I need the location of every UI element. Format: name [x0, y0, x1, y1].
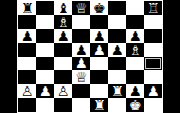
- white-pawn-icon: ♙: [56, 84, 69, 98]
- black-queen-icon: ♕: [74, 1, 87, 15]
- square-f4[interactable]: [108, 57, 126, 71]
- square-h2[interactable]: ♟: [144, 84, 162, 98]
- square-b8[interactable]: [36, 1, 54, 15]
- black-pawn-icon: ♟: [110, 43, 123, 57]
- square-d4[interactable]: ♟: [72, 57, 90, 71]
- white-pawn-icon: ♟: [92, 43, 105, 57]
- square-h4-cursor-highlight[interactable]: [144, 57, 162, 71]
- square-a2[interactable]: ♙: [18, 84, 36, 98]
- black-pawn-icon: ♟: [128, 84, 141, 98]
- square-g2[interactable]: ♟: [126, 84, 144, 98]
- black-bishop-icon: ♝: [56, 1, 69, 15]
- square-d7[interactable]: [72, 15, 90, 29]
- square-d8[interactable]: ♕: [72, 1, 90, 15]
- square-d3[interactable]: ♕: [72, 70, 90, 84]
- square-c6[interactable]: ♟: [54, 29, 72, 43]
- square-h6[interactable]: [144, 29, 162, 43]
- white-pawn-icon: ♙: [20, 84, 33, 98]
- square-h8[interactable]: ♖: [144, 1, 162, 15]
- square-e7[interactable]: [90, 15, 108, 29]
- square-h5[interactable]: [144, 43, 162, 57]
- square-a6[interactable]: ♟: [18, 29, 36, 43]
- square-f5[interactable]: ♟: [108, 43, 126, 57]
- square-g5[interactable]: ♗: [126, 43, 144, 57]
- square-g8[interactable]: [126, 1, 144, 15]
- white-pawn-icon: ♟: [146, 84, 159, 98]
- black-king-icon: ♚: [92, 1, 105, 15]
- chess-board: ♜♝♕♚♖♗♟♟♟♟♟♟♟♗♟♕♙♟♙♜♟♟♜♚: [17, 0, 163, 113]
- white-pawn-icon: ♟: [74, 57, 87, 71]
- square-b3[interactable]: [36, 70, 54, 84]
- square-c4[interactable]: [54, 57, 72, 71]
- square-a3[interactable]: [18, 70, 36, 84]
- square-d5[interactable]: ♟: [72, 43, 90, 57]
- white-rook-icon: ♜: [92, 98, 105, 112]
- white-queen-icon: ♕: [74, 70, 87, 84]
- square-e3[interactable]: [90, 70, 108, 84]
- square-c5[interactable]: [54, 43, 72, 57]
- square-h3[interactable]: [144, 70, 162, 84]
- square-b6[interactable]: [36, 29, 54, 43]
- square-e1[interactable]: ♜: [90, 98, 108, 112]
- square-a1[interactable]: [18, 98, 36, 112]
- square-c3[interactable]: [54, 70, 72, 84]
- white-rook-icon: ♜: [110, 84, 123, 98]
- square-f1[interactable]: [108, 98, 126, 112]
- square-g3[interactable]: [126, 70, 144, 84]
- white-king-icon: ♚: [128, 98, 141, 112]
- square-f7[interactable]: [108, 15, 126, 29]
- black-pawn-icon: ♟: [20, 29, 33, 43]
- black-bishop-icon: ♗: [56, 15, 69, 29]
- square-h1[interactable]: [144, 98, 162, 112]
- square-e6[interactable]: ♟: [90, 29, 108, 43]
- square-g1[interactable]: ♚: [126, 98, 144, 112]
- square-e8[interactable]: ♚: [90, 1, 108, 15]
- square-f6[interactable]: [108, 29, 126, 43]
- black-bishop-icon: ♗: [128, 43, 141, 57]
- square-b4[interactable]: [36, 57, 54, 71]
- square-d6[interactable]: [72, 29, 90, 43]
- square-b7[interactable]: [36, 15, 54, 29]
- square-g6[interactable]: ♟: [126, 29, 144, 43]
- square-a4[interactable]: [18, 57, 36, 71]
- black-pawn-icon: ♟: [92, 29, 105, 43]
- square-c7[interactable]: ♗: [54, 15, 72, 29]
- square-e5[interactable]: ♟: [90, 43, 108, 57]
- square-g7[interactable]: [126, 15, 144, 29]
- black-pawn-icon: ♟: [128, 29, 141, 43]
- square-a7[interactable]: [18, 15, 36, 29]
- square-d2[interactable]: [72, 84, 90, 98]
- square-h7[interactable]: [144, 15, 162, 29]
- square-f8[interactable]: [108, 1, 126, 15]
- square-b2[interactable]: ♟: [36, 84, 54, 98]
- square-g4[interactable]: [126, 57, 144, 71]
- black-pawn-icon: ♟: [74, 43, 87, 57]
- square-d1[interactable]: [72, 98, 90, 112]
- square-a8[interactable]: ♜: [18, 1, 36, 15]
- square-b5[interactable]: [36, 43, 54, 57]
- black-pawn-icon: ♟: [56, 29, 69, 43]
- square-c8[interactable]: ♝: [54, 1, 72, 15]
- square-a5[interactable]: [18, 43, 36, 57]
- black-rook-icon: ♖: [146, 1, 159, 15]
- square-f3[interactable]: [108, 70, 126, 84]
- square-e2[interactable]: [90, 84, 108, 98]
- white-pawn-icon: ♟: [38, 84, 51, 98]
- square-c1[interactable]: [54, 98, 72, 112]
- square-f2[interactable]: ♜: [108, 84, 126, 98]
- square-e4[interactable]: [90, 57, 108, 71]
- square-c2[interactable]: ♙: [54, 84, 72, 98]
- square-b1[interactable]: [36, 98, 54, 112]
- black-rook-icon: ♜: [20, 1, 33, 15]
